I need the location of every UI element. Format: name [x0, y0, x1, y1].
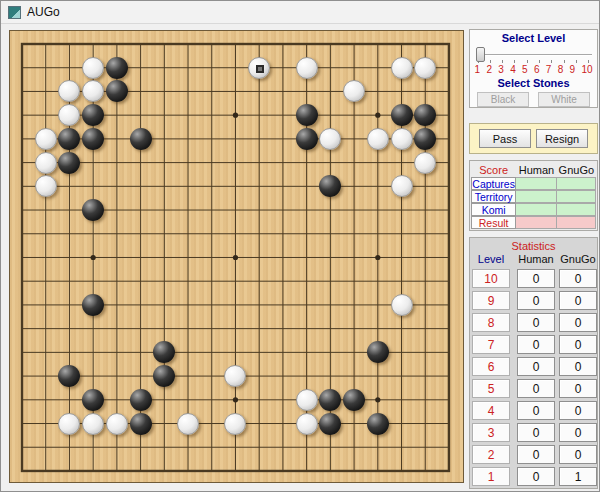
level-slider-thumb[interactable] [476, 47, 485, 62]
score-header: Score [471, 164, 516, 176]
score-gnugo-header: GnuGo [557, 164, 596, 176]
slider-tick [490, 60, 491, 63]
score-row: Komi [471, 203, 596, 216]
stats-human-value: 0 [517, 445, 555, 464]
stats-level-box: 10 [472, 269, 510, 288]
stats-level-box: 9 [472, 291, 510, 310]
black-stone [391, 104, 413, 126]
white-stone [106, 413, 128, 435]
stats-row: 101 [472, 467, 597, 486]
stats-gnugo-value: 1 [559, 467, 597, 486]
score-row: Captures [471, 177, 596, 190]
score-cell [516, 203, 556, 216]
score-row: Result [471, 216, 596, 229]
resign-button[interactable]: Resign [536, 129, 588, 148]
action-panel: Pass Resign [469, 123, 598, 154]
score-row-label: Territory [471, 190, 516, 203]
slider-tick [539, 60, 540, 63]
white-stone [35, 152, 57, 174]
score-row-label: Result [471, 216, 516, 229]
stats-human-value: 0 [517, 467, 555, 486]
slider-tick [551, 60, 552, 63]
level-slider[interactable] [474, 46, 594, 60]
score-row-label: Komi [471, 203, 516, 216]
stats-gnugo-value: 0 [559, 401, 597, 420]
score-cell [516, 216, 556, 229]
stats-human-value: 0 [517, 313, 555, 332]
level-number: 6 [534, 64, 540, 75]
level-number: 2 [486, 64, 492, 75]
score-row: Territory [471, 190, 596, 203]
white-stone [367, 128, 389, 150]
white-stone [35, 175, 57, 197]
white-stone [224, 413, 246, 435]
stats-gnugo-header: GnuGo [559, 253, 597, 265]
white-stone [391, 57, 413, 79]
stats-row: 500 [472, 379, 597, 398]
stats-human-value: 0 [517, 269, 555, 288]
stats-row: 200 [472, 445, 597, 464]
stats-level-box: 1 [472, 467, 510, 486]
white-button[interactable]: White [538, 92, 590, 107]
stats-row: 700 [472, 335, 597, 354]
pass-button[interactable]: Pass [479, 129, 531, 148]
score-cell [557, 190, 596, 203]
stats-row: 400 [472, 401, 597, 420]
white-stone [414, 57, 436, 79]
app-window: AUGo Select Level 12345678910 Select Sto… [0, 0, 600, 492]
slider-tick [564, 60, 565, 63]
black-stone [296, 128, 318, 150]
stats-level-box: 7 [472, 335, 510, 354]
black-stone [319, 413, 341, 435]
level-number: 7 [546, 64, 552, 75]
slider-tick [527, 60, 528, 63]
stats-row: 1000 [472, 269, 597, 288]
stats-gnugo-value: 0 [559, 335, 597, 354]
slider-tick [502, 60, 503, 63]
black-stone [130, 128, 152, 150]
slider-tick [588, 60, 589, 63]
black-stone [58, 152, 80, 174]
level-slider-track[interactable] [476, 54, 592, 56]
stats-gnugo-value: 0 [559, 423, 597, 442]
black-stone [106, 57, 128, 79]
stats-human-value: 0 [517, 335, 555, 354]
go-board-grid[interactable] [22, 44, 449, 471]
white-stone [391, 175, 413, 197]
score-cell [557, 177, 596, 190]
black-stone [367, 413, 389, 435]
stats-gnugo-value: 0 [559, 357, 597, 376]
black-stone [414, 128, 436, 150]
stats-level-box: 4 [472, 401, 510, 420]
stats-level-box: 2 [472, 445, 510, 464]
white-stone [391, 294, 413, 316]
white-stone [296, 57, 318, 79]
white-stone [296, 389, 318, 411]
stats-human-value: 0 [517, 291, 555, 310]
score-row-label: Captures [471, 177, 516, 190]
level-panel: Select Level 12345678910 Select Stones B… [469, 29, 598, 108]
level-number: 4 [510, 64, 516, 75]
stats-row: 900 [472, 291, 597, 310]
app-icon [8, 6, 21, 19]
score-cell [557, 203, 596, 216]
stats-level-box: 6 [472, 357, 510, 376]
black-stone [130, 389, 152, 411]
white-stone [58, 413, 80, 435]
stats-level-header: Level [472, 253, 510, 265]
level-number: 10 [581, 64, 592, 75]
select-level-title: Select Level [502, 32, 566, 44]
stats-gnugo-value: 0 [559, 291, 597, 310]
stats-human-value: 0 [517, 357, 555, 376]
slider-tick [514, 60, 515, 63]
white-stone [177, 413, 199, 435]
black-stone [82, 294, 104, 316]
white-stone [391, 128, 413, 150]
black-button[interactable]: Black [477, 92, 529, 107]
score-cell [516, 177, 556, 190]
select-stones-title: Select Stones [497, 77, 569, 89]
level-number: 1 [475, 64, 481, 75]
stats-human-header: Human [517, 253, 555, 265]
go-board[interactable] [9, 30, 464, 483]
last-move-marker [256, 65, 264, 73]
white-stone [82, 57, 104, 79]
level-number: 5 [522, 64, 528, 75]
black-stone [130, 413, 152, 435]
statistics-panel: Statistics Level Human GnuGo 10009008007… [469, 237, 598, 489]
stats-level-box: 5 [472, 379, 510, 398]
black-stone [343, 389, 365, 411]
white-stone [82, 413, 104, 435]
black-stone [319, 389, 341, 411]
level-numbers: 12345678910 [475, 64, 593, 75]
black-stone [367, 341, 389, 363]
score-panel: Score Human GnuGo CapturesTerritoryKomiR… [469, 160, 598, 231]
level-slider-ticks [478, 60, 590, 63]
stats-human-value: 0 [517, 379, 555, 398]
white-stone [296, 413, 318, 435]
statistics-title: Statistics [470, 240, 597, 252]
stats-level-box: 3 [472, 423, 510, 442]
stats-gnugo-value: 0 [559, 379, 597, 398]
score-cell [557, 216, 596, 229]
white-stone [414, 152, 436, 174]
stats-row: 600 [472, 357, 597, 376]
level-number: 8 [558, 64, 564, 75]
window-title: AUGo [27, 5, 60, 19]
level-number: 3 [498, 64, 504, 75]
stats-row: 800 [472, 313, 597, 332]
slider-tick [576, 60, 577, 63]
score-cell [516, 190, 556, 203]
stats-gnugo-value: 0 [559, 445, 597, 464]
level-number: 9 [570, 64, 576, 75]
stats-gnugo-value: 0 [559, 269, 597, 288]
stats-row: 300 [472, 423, 597, 442]
black-stone [82, 128, 104, 150]
title-bar: AUGo [1, 1, 599, 24]
stats-human-value: 0 [517, 423, 555, 442]
white-stone [248, 57, 270, 79]
white-stone [35, 128, 57, 150]
stats-human-value: 0 [517, 401, 555, 420]
black-stone [82, 389, 104, 411]
black-stone [296, 104, 318, 126]
stats-level-box: 8 [472, 313, 510, 332]
score-human-header: Human [516, 164, 556, 176]
stats-gnugo-value: 0 [559, 313, 597, 332]
